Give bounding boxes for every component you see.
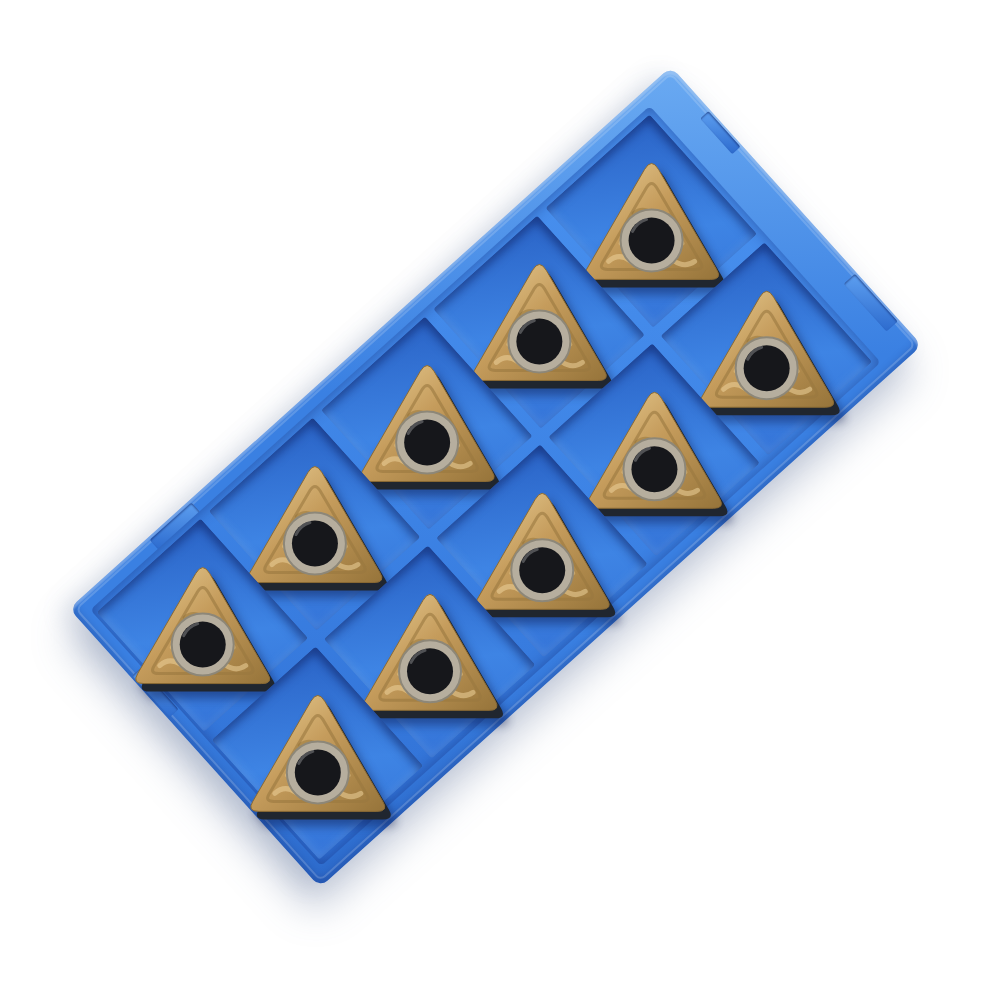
triangle-insert-icon: [127, 555, 277, 695]
carbide-insert: [242, 683, 392, 823]
carbide-insert: [127, 555, 277, 695]
product-photo: [0, 0, 1001, 1001]
rim-notch-top-step: [844, 274, 898, 332]
rim-notch-top-tab: [700, 111, 740, 154]
triangle-insert-icon: [242, 683, 392, 823]
storage-case: [69, 67, 922, 888]
interior-grid: [90, 106, 880, 866]
